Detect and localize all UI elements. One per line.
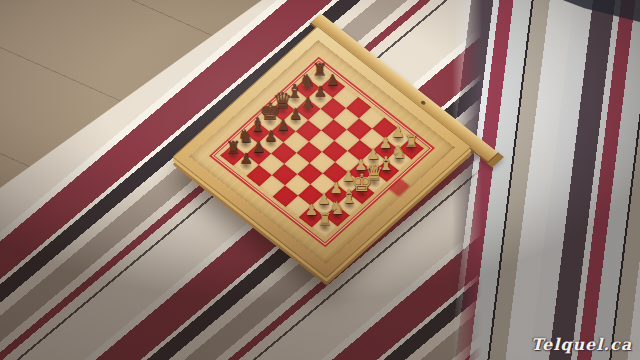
striped-bedspread-fold [452, 0, 640, 360]
dark-pawn-glyph: ♟ [301, 96, 314, 111]
dark-rook-glyph: ♜ [225, 139, 240, 156]
watermark: Telquel.ca [531, 335, 632, 354]
dark-pawn-glyph: ♟ [313, 85, 326, 100]
dark-pawn-glyph: ♟ [252, 140, 265, 155]
light-rook-glyph: ♜ [317, 211, 332, 228]
dark-pawn-glyph: ♟ [326, 73, 339, 88]
dark-pawn-glyph: ♟ [289, 107, 302, 122]
photo-scene: ♜♞♟♝♟♛♟♚♟♝♟♞♟♟♜♟♟♜♟♟♞♟♝♟♛♟♚♟♝♟♞♜ Telquel… [0, 0, 640, 360]
dark-pawn-glyph: ♟ [239, 152, 252, 167]
dark-pawn-glyph: ♟ [276, 118, 289, 133]
dark-pawn-glyph: ♟ [264, 129, 277, 144]
